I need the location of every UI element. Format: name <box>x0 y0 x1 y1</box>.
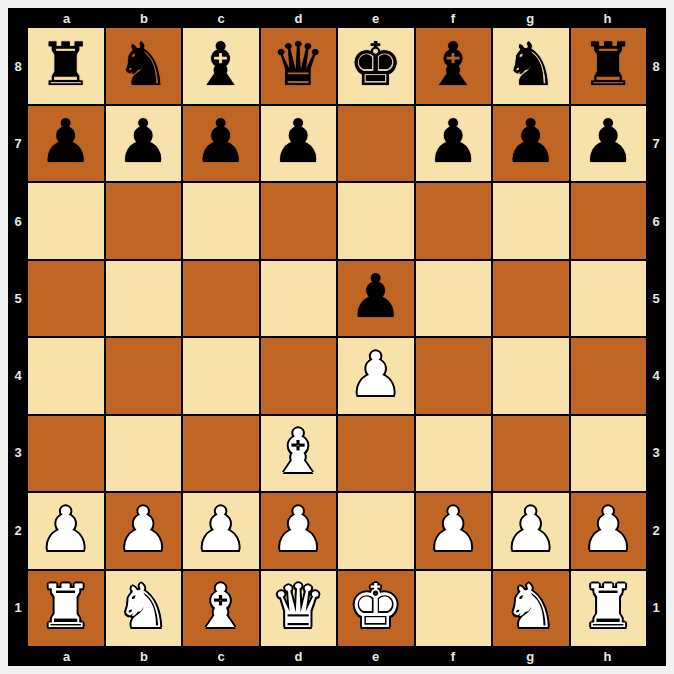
black-rook[interactable]: ♜ <box>39 34 93 94</box>
rank-label-5: 5 <box>646 260 666 337</box>
white-knight[interactable]: ♞ <box>504 576 558 636</box>
square-e3[interactable] <box>338 416 414 492</box>
white-king[interactable]: ♚ <box>349 576 403 636</box>
square-h1[interactable]: ♜ <box>571 571 647 647</box>
square-f1[interactable] <box>416 571 492 647</box>
square-g5[interactable] <box>493 261 569 337</box>
square-a8[interactable]: ♜ <box>28 28 104 104</box>
black-king[interactable]: ♚ <box>349 34 403 94</box>
file-label-g: g <box>492 8 569 28</box>
rank-label-4: 4 <box>646 337 666 414</box>
square-h6[interactable] <box>571 183 647 259</box>
square-h8[interactable]: ♜ <box>571 28 647 104</box>
square-g4[interactable] <box>493 338 569 414</box>
square-f7[interactable]: ♟ <box>416 106 492 182</box>
white-pawn[interactable]: ♟ <box>349 344 403 404</box>
rank-label-5: 5 <box>8 260 28 337</box>
square-b4[interactable] <box>106 338 182 414</box>
white-pawn[interactable]: ♟ <box>426 499 480 559</box>
square-a3[interactable] <box>28 416 104 492</box>
white-knight[interactable]: ♞ <box>116 576 170 636</box>
square-b3[interactable] <box>106 416 182 492</box>
square-e4[interactable]: ♟ <box>338 338 414 414</box>
square-h3[interactable] <box>571 416 647 492</box>
square-e1[interactable]: ♚ <box>338 571 414 647</box>
square-c5[interactable] <box>183 261 259 337</box>
file-label-b: b <box>105 646 182 666</box>
white-bishop[interactable]: ♝ <box>271 421 325 481</box>
square-b8[interactable]: ♞ <box>106 28 182 104</box>
file-label-a: a <box>28 646 105 666</box>
square-h7[interactable]: ♟ <box>571 106 647 182</box>
white-queen[interactable]: ♛ <box>271 576 325 636</box>
white-pawn[interactable]: ♟ <box>504 499 558 559</box>
file-label-h: h <box>569 8 646 28</box>
square-a4[interactable] <box>28 338 104 414</box>
rank-label-4: 4 <box>8 337 28 414</box>
black-pawn[interactable]: ♟ <box>194 111 248 171</box>
file-label-c: c <box>183 8 260 28</box>
square-b6[interactable] <box>106 183 182 259</box>
black-pawn[interactable]: ♟ <box>581 111 635 171</box>
file-label-f: f <box>414 8 491 28</box>
file-label-d: d <box>260 8 337 28</box>
rank-label-3: 3 <box>646 414 666 491</box>
square-d6[interactable] <box>261 183 337 259</box>
file-label-e: e <box>337 8 414 28</box>
square-g6[interactable] <box>493 183 569 259</box>
square-a5[interactable] <box>28 261 104 337</box>
square-b2[interactable]: ♟ <box>106 493 182 569</box>
black-pawn[interactable]: ♟ <box>349 266 403 326</box>
rank-label-2: 2 <box>8 492 28 569</box>
file-label-b: b <box>105 8 182 28</box>
square-g7[interactable]: ♟ <box>493 106 569 182</box>
rank-label-2: 2 <box>646 492 666 569</box>
square-f6[interactable] <box>416 183 492 259</box>
square-e8[interactable]: ♚ <box>338 28 414 104</box>
black-pawn[interactable]: ♟ <box>39 111 93 171</box>
file-label-f: f <box>414 646 491 666</box>
square-f8[interactable]: ♝ <box>416 28 492 104</box>
rank-label-7: 7 <box>646 105 666 182</box>
file-labels-top: abcdefgh <box>28 8 646 28</box>
rank-label-1: 1 <box>8 569 28 646</box>
rank-labels-left: 87654321 <box>8 28 28 646</box>
square-e2[interactable] <box>338 493 414 569</box>
black-pawn[interactable]: ♟ <box>504 111 558 171</box>
rank-label-6: 6 <box>8 183 28 260</box>
white-pawn[interactable]: ♟ <box>194 499 248 559</box>
square-d8[interactable]: ♛ <box>261 28 337 104</box>
square-c4[interactable] <box>183 338 259 414</box>
square-g1[interactable]: ♞ <box>493 571 569 647</box>
rank-label-1: 1 <box>646 569 666 646</box>
black-pawn[interactable]: ♟ <box>116 111 170 171</box>
rank-label-7: 7 <box>8 105 28 182</box>
square-a6[interactable] <box>28 183 104 259</box>
square-d1[interactable]: ♛ <box>261 571 337 647</box>
white-pawn[interactable]: ♟ <box>39 499 93 559</box>
square-d4[interactable] <box>261 338 337 414</box>
rank-labels-right: 87654321 <box>646 28 666 646</box>
chess-board-frame: abcdefgh abcdefgh 87654321 87654321 ♜♞♝♛… <box>8 8 666 666</box>
file-labels-bottom: abcdefgh <box>28 646 646 666</box>
chess-board: ♜♞♝♛♚♝♞♜♟♟♟♟♟♟♟♟♟♝♟♟♟♟♟♟♟♜♞♝♛♚♞♜ <box>28 28 646 646</box>
white-rook[interactable]: ♜ <box>581 576 635 636</box>
square-d5[interactable] <box>261 261 337 337</box>
file-label-c: c <box>183 646 260 666</box>
black-knight[interactable]: ♞ <box>504 34 558 94</box>
white-pawn[interactable]: ♟ <box>271 499 325 559</box>
white-pawn[interactable]: ♟ <box>116 499 170 559</box>
square-h4[interactable] <box>571 338 647 414</box>
square-d7[interactable]: ♟ <box>261 106 337 182</box>
square-g3[interactable] <box>493 416 569 492</box>
rank-label-8: 8 <box>8 28 28 105</box>
square-a2[interactable]: ♟ <box>28 493 104 569</box>
square-a7[interactable]: ♟ <box>28 106 104 182</box>
square-c8[interactable]: ♝ <box>183 28 259 104</box>
file-label-d: d <box>260 646 337 666</box>
file-label-g: g <box>492 646 569 666</box>
square-g8[interactable]: ♞ <box>493 28 569 104</box>
square-e7[interactable] <box>338 106 414 182</box>
square-f3[interactable] <box>416 416 492 492</box>
square-a1[interactable]: ♜ <box>28 571 104 647</box>
white-bishop[interactable]: ♝ <box>194 576 248 636</box>
rank-label-6: 6 <box>646 183 666 260</box>
rank-label-8: 8 <box>646 28 666 105</box>
square-g2[interactable]: ♟ <box>493 493 569 569</box>
square-f5[interactable] <box>416 261 492 337</box>
square-d3[interactable]: ♝ <box>261 416 337 492</box>
black-rook[interactable]: ♜ <box>581 34 635 94</box>
square-c7[interactable]: ♟ <box>183 106 259 182</box>
file-label-e: e <box>337 646 414 666</box>
black-bishop[interactable]: ♝ <box>426 34 480 94</box>
square-f2[interactable]: ♟ <box>416 493 492 569</box>
square-e5[interactable]: ♟ <box>338 261 414 337</box>
square-h5[interactable] <box>571 261 647 337</box>
black-pawn[interactable]: ♟ <box>426 111 480 171</box>
white-pawn[interactable]: ♟ <box>581 499 635 559</box>
page-background: abcdefgh abcdefgh 87654321 87654321 ♜♞♝♛… <box>0 0 674 674</box>
rank-label-3: 3 <box>8 414 28 491</box>
black-queen[interactable]: ♛ <box>271 34 325 94</box>
black-knight[interactable]: ♞ <box>116 34 170 94</box>
square-b5[interactable] <box>106 261 182 337</box>
square-b1[interactable]: ♞ <box>106 571 182 647</box>
square-c1[interactable]: ♝ <box>183 571 259 647</box>
square-f4[interactable] <box>416 338 492 414</box>
square-c2[interactable]: ♟ <box>183 493 259 569</box>
white-rook[interactable]: ♜ <box>39 576 93 636</box>
file-label-h: h <box>569 646 646 666</box>
square-d2[interactable]: ♟ <box>261 493 337 569</box>
square-h2[interactable]: ♟ <box>571 493 647 569</box>
square-c6[interactable] <box>183 183 259 259</box>
square-b7[interactable]: ♟ <box>106 106 182 182</box>
square-c3[interactable] <box>183 416 259 492</box>
black-pawn[interactable]: ♟ <box>271 111 325 171</box>
black-bishop[interactable]: ♝ <box>194 34 248 94</box>
file-label-a: a <box>28 8 105 28</box>
square-e6[interactable] <box>338 183 414 259</box>
